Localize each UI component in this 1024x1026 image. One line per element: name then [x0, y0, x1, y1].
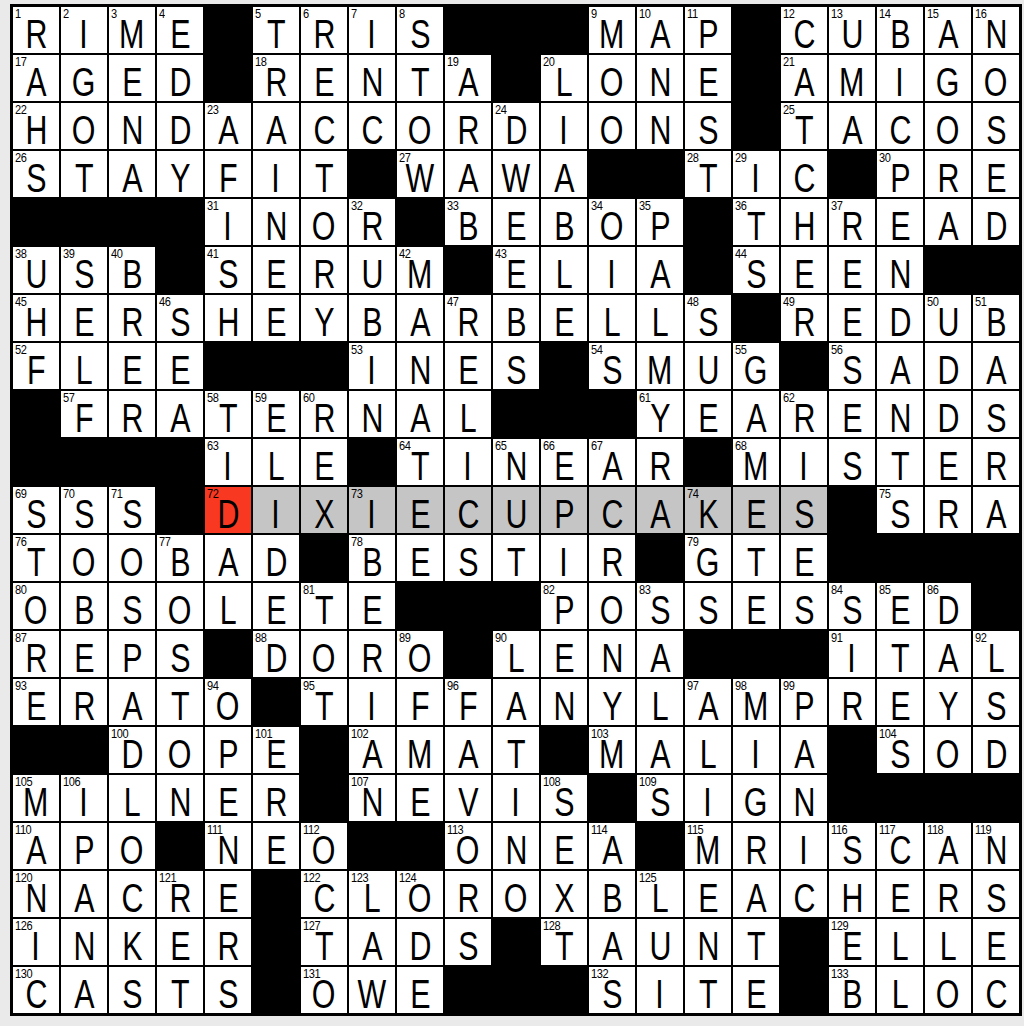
cell-r10c5[interactable]: 63I	[205, 439, 251, 485]
cell-r17c9[interactable]: E	[397, 775, 443, 821]
cell-r5c8[interactable]: 32R	[349, 199, 395, 245]
cell-r6c1[interactable]: 38U	[13, 247, 59, 293]
cell-r21c13[interactable]: 132S	[589, 967, 635, 1013]
cell-r3c14[interactable]: N	[637, 103, 683, 149]
cell-r2c19[interactable]: I	[877, 55, 923, 101]
cell-r21c16[interactable]: E	[733, 967, 779, 1013]
cell-r6c12[interactable]: L	[541, 247, 587, 293]
cell-r6c17[interactable]: E	[781, 247, 827, 293]
cell-r1c18[interactable]: 13U	[829, 7, 875, 53]
cell-r17c15[interactable]: I	[685, 775, 731, 821]
cell-r10c12[interactable]: 66E	[541, 439, 587, 485]
cell-r19c2[interactable]: A	[61, 871, 107, 917]
cell-r9c7[interactable]: 60R	[301, 391, 347, 437]
cell-r20c3[interactable]: K	[109, 919, 155, 965]
cell-r19c18[interactable]: H	[829, 871, 875, 917]
cell-r11c20[interactable]: R	[925, 487, 971, 533]
cell-r6c2[interactable]: 39S	[61, 247, 107, 293]
cell-r14c4[interactable]: S	[157, 631, 203, 677]
cell-r2c2[interactable]: G	[61, 55, 107, 101]
cell-r6c11[interactable]: 43E	[493, 247, 539, 293]
cell-r14c13[interactable]: N	[589, 631, 635, 677]
cell-r9c14[interactable]: 61Y	[637, 391, 683, 437]
cell-r17c17[interactable]: N	[781, 775, 827, 821]
cell-r18c21[interactable]: 119N	[973, 823, 1019, 869]
cell-r13c16[interactable]: E	[733, 583, 779, 629]
cell-r20c7[interactable]: 127T	[301, 919, 347, 965]
cell-r2c8[interactable]: N	[349, 55, 395, 101]
cell-r2c1[interactable]: 17A	[13, 55, 59, 101]
cell-r19c16[interactable]: A	[733, 871, 779, 917]
cell-r10c21[interactable]: R	[973, 439, 1019, 485]
cell-r19c17[interactable]: C	[781, 871, 827, 917]
cell-r3c7[interactable]: C	[301, 103, 347, 149]
cell-r17c2[interactable]: 106I	[61, 775, 107, 821]
cell-r19c10[interactable]: R	[445, 871, 491, 917]
cell-r7c18[interactable]: E	[829, 295, 875, 341]
cell-r15c2[interactable]: R	[61, 679, 107, 725]
cell-r15c20[interactable]: Y	[925, 679, 971, 725]
cell-r6c8[interactable]: U	[349, 247, 395, 293]
cell-r6c16[interactable]: 44S	[733, 247, 779, 293]
cell-r1c4[interactable]: 4E	[157, 7, 203, 53]
cell-r19c8[interactable]: 123L	[349, 871, 395, 917]
cell-r4c10[interactable]: A	[445, 151, 491, 197]
cell-r12c13[interactable]: R	[589, 535, 635, 581]
cell-r19c9[interactable]: 124O	[397, 871, 443, 917]
cell-r19c14[interactable]: 125L	[637, 871, 683, 917]
cell-r8c8[interactable]: 53I	[349, 343, 395, 389]
cell-r18c10[interactable]: 113O	[445, 823, 491, 869]
cell-r15c4[interactable]: T	[157, 679, 203, 725]
cell-r14c2[interactable]: E	[61, 631, 107, 677]
cell-r3c10[interactable]: R	[445, 103, 491, 149]
cell-r3c8[interactable]: C	[349, 103, 395, 149]
cell-r12c16[interactable]: T	[733, 535, 779, 581]
cell-r15c19[interactable]: E	[877, 679, 923, 725]
cell-r6c7[interactable]: R	[301, 247, 347, 293]
cell-r13c2[interactable]: B	[61, 583, 107, 629]
cell-r5c18[interactable]: 37R	[829, 199, 875, 245]
cell-r14c7[interactable]: O	[301, 631, 347, 677]
cell-r9c15[interactable]: E	[685, 391, 731, 437]
cell-r4c12[interactable]: A	[541, 151, 587, 197]
cell-r1c13[interactable]: 9M	[589, 7, 635, 53]
cell-r18c16[interactable]: R	[733, 823, 779, 869]
cell-r11c17[interactable]: S	[781, 487, 827, 533]
cell-r8c13[interactable]: 54S	[589, 343, 635, 389]
cell-r2c20[interactable]: G	[925, 55, 971, 101]
cell-r13c5[interactable]: L	[205, 583, 251, 629]
cell-r16c15[interactable]: L	[685, 727, 731, 773]
cell-r12c12[interactable]: I	[541, 535, 587, 581]
cell-r11c21[interactable]: A	[973, 487, 1019, 533]
cell-r20c14[interactable]: U	[637, 919, 683, 965]
cell-r18c7[interactable]: 112O	[301, 823, 347, 869]
cell-r9c19[interactable]: N	[877, 391, 923, 437]
cell-r12c1[interactable]: 76T	[13, 535, 59, 581]
cell-r15c7[interactable]: 95T	[301, 679, 347, 725]
cell-r8c18[interactable]: 56S	[829, 343, 875, 389]
cell-r3c18[interactable]: A	[829, 103, 875, 149]
cell-r7c11[interactable]: B	[493, 295, 539, 341]
cell-r2c3[interactable]: E	[109, 55, 155, 101]
cell-r8c19[interactable]: A	[877, 343, 923, 389]
cell-r3c6[interactable]: A	[253, 103, 299, 149]
cell-r21c1[interactable]: 130C	[13, 967, 59, 1013]
cell-r10c20[interactable]: E	[925, 439, 971, 485]
cell-r11c10[interactable]: C	[445, 487, 491, 533]
cell-r12c5[interactable]: A	[205, 535, 251, 581]
cell-r7c4[interactable]: 46S	[157, 295, 203, 341]
cell-r16c5[interactable]: P	[205, 727, 251, 773]
cell-r15c10[interactable]: 96F	[445, 679, 491, 725]
cell-r18c6[interactable]: E	[253, 823, 299, 869]
cell-r11c19[interactable]: 75S	[877, 487, 923, 533]
cell-r1c2[interactable]: 2I	[61, 7, 107, 53]
cell-r8c16[interactable]: 55G	[733, 343, 779, 389]
cell-r20c2[interactable]: N	[61, 919, 107, 965]
cell-r6c6[interactable]: E	[253, 247, 299, 293]
cell-r5c14[interactable]: 35P	[637, 199, 683, 245]
cell-r3c2[interactable]: O	[61, 103, 107, 149]
cell-r1c1[interactable]: 1R	[13, 7, 59, 53]
cell-r20c12[interactable]: 128T	[541, 919, 587, 965]
cell-r17c16[interactable]: G	[733, 775, 779, 821]
cell-r8c20[interactable]: D	[925, 343, 971, 389]
cell-r14c3[interactable]: P	[109, 631, 155, 677]
cell-r19c7[interactable]: 122C	[301, 871, 347, 917]
cell-r15c9[interactable]: F	[397, 679, 443, 725]
cell-r2c17[interactable]: 21A	[781, 55, 827, 101]
cell-r4c3[interactable]: A	[109, 151, 155, 197]
cell-r6c5[interactable]: 41S	[205, 247, 251, 293]
cell-r16c19[interactable]: 104S	[877, 727, 923, 773]
cell-r18c12[interactable]: E	[541, 823, 587, 869]
cell-r14c20[interactable]: A	[925, 631, 971, 677]
cell-r11c7[interactable]: X	[301, 487, 347, 533]
cell-r6c19[interactable]: N	[877, 247, 923, 293]
cell-r16c8[interactable]: 102A	[349, 727, 395, 773]
cell-r12c9[interactable]: E	[397, 535, 443, 581]
cell-r3c4[interactable]: D	[157, 103, 203, 149]
cell-r3c1[interactable]: 22H	[13, 103, 59, 149]
cell-r4c15[interactable]: 28T	[685, 151, 731, 197]
cell-r7c10[interactable]: 47R	[445, 295, 491, 341]
cell-r12c11[interactable]: T	[493, 535, 539, 581]
cell-r5c21[interactable]: D	[973, 199, 1019, 245]
cell-r1c8[interactable]: 7I	[349, 7, 395, 53]
cell-r4c16[interactable]: 29I	[733, 151, 779, 197]
cell-r11c9[interactable]: E	[397, 487, 443, 533]
cell-r4c21[interactable]: E	[973, 151, 1019, 197]
cell-r2c13[interactable]: O	[589, 55, 635, 101]
cell-r8c1[interactable]: 52F	[13, 343, 59, 389]
cell-r20c9[interactable]: D	[397, 919, 443, 965]
cell-r1c20[interactable]: 15A	[925, 7, 971, 53]
cell-r20c15[interactable]: N	[685, 919, 731, 965]
cell-r11c1[interactable]: 69S	[13, 487, 59, 533]
cell-r17c12[interactable]: 108S	[541, 775, 587, 821]
cell-r13c7[interactable]: 81T	[301, 583, 347, 629]
cell-r3c19[interactable]: C	[877, 103, 923, 149]
cell-r11c2[interactable]: 70S	[61, 487, 107, 533]
cell-r18c1[interactable]: 110A	[13, 823, 59, 869]
cell-r3c11[interactable]: 24D	[493, 103, 539, 149]
cell-r5c7[interactable]: O	[301, 199, 347, 245]
cell-r3c21[interactable]: S	[973, 103, 1019, 149]
cell-r19c19[interactable]: E	[877, 871, 923, 917]
cell-r9c3[interactable]: R	[109, 391, 155, 437]
cell-r11c11[interactable]: U	[493, 487, 539, 533]
cell-r16c21[interactable]: D	[973, 727, 1019, 773]
cell-r2c14[interactable]: N	[637, 55, 683, 101]
cell-r18c19[interactable]: 117C	[877, 823, 923, 869]
cell-r9c9[interactable]: A	[397, 391, 443, 437]
cell-r8c15[interactable]: U	[685, 343, 731, 389]
cell-r18c11[interactable]: N	[493, 823, 539, 869]
cell-r2c18[interactable]: M	[829, 55, 875, 101]
cell-r17c3[interactable]: L	[109, 775, 155, 821]
cell-r9c6[interactable]: 59E	[253, 391, 299, 437]
cell-r15c13[interactable]: Y	[589, 679, 635, 725]
cell-r17c14[interactable]: 109S	[637, 775, 683, 821]
cell-r13c20[interactable]: 86D	[925, 583, 971, 629]
cell-r21c5[interactable]: S	[205, 967, 251, 1013]
cell-r4c19[interactable]: 30P	[877, 151, 923, 197]
cell-r20c8[interactable]: A	[349, 919, 395, 965]
cell-r4c6[interactable]: I	[253, 151, 299, 197]
cell-r7c6[interactable]: E	[253, 295, 299, 341]
cell-r14c8[interactable]: R	[349, 631, 395, 677]
cell-r13c12[interactable]: 82P	[541, 583, 587, 629]
cell-r21c2[interactable]: A	[61, 967, 107, 1013]
cell-r20c16[interactable]: T	[733, 919, 779, 965]
cell-r21c20[interactable]: O	[925, 967, 971, 1013]
cell-r4c7[interactable]: T	[301, 151, 347, 197]
cell-r5c12[interactable]: B	[541, 199, 587, 245]
cell-r5c6[interactable]: N	[253, 199, 299, 245]
cell-r4c1[interactable]: 26S	[13, 151, 59, 197]
cell-r12c2[interactable]: O	[61, 535, 107, 581]
cell-r7c3[interactable]: R	[109, 295, 155, 341]
cell-r2c9[interactable]: T	[397, 55, 443, 101]
cell-r6c13[interactable]: I	[589, 247, 635, 293]
cell-r14c1[interactable]: 87R	[13, 631, 59, 677]
cell-r1c19[interactable]: 14B	[877, 7, 923, 53]
cell-r4c17[interactable]: C	[781, 151, 827, 197]
cell-r17c1[interactable]: 105M	[13, 775, 59, 821]
cell-r19c15[interactable]: E	[685, 871, 731, 917]
cell-r13c1[interactable]: 80O	[13, 583, 59, 629]
cell-r14c11[interactable]: 90L	[493, 631, 539, 677]
cell-r14c6[interactable]: 88D	[253, 631, 299, 677]
cell-r15c11[interactable]: A	[493, 679, 539, 725]
cell-r7c19[interactable]: D	[877, 295, 923, 341]
cell-r1c14[interactable]: 10A	[637, 7, 683, 53]
cell-r1c6[interactable]: 5T	[253, 7, 299, 53]
cell-r9c17[interactable]: 62R	[781, 391, 827, 437]
cell-r7c17[interactable]: 49R	[781, 295, 827, 341]
cell-r15c5[interactable]: 94O	[205, 679, 251, 725]
cell-r7c14[interactable]: L	[637, 295, 683, 341]
cell-r5c16[interactable]: 36T	[733, 199, 779, 245]
cell-r7c7[interactable]: Y	[301, 295, 347, 341]
cell-r10c14[interactable]: R	[637, 439, 683, 485]
cell-r21c18[interactable]: 133B	[829, 967, 875, 1013]
cell-r19c21[interactable]: S	[973, 871, 1019, 917]
cell-r14c18[interactable]: 91I	[829, 631, 875, 677]
cell-r21c3[interactable]: S	[109, 967, 155, 1013]
cell-r11c3[interactable]: 71S	[109, 487, 155, 533]
cell-r1c17[interactable]: 12C	[781, 7, 827, 53]
cell-r16c13[interactable]: 103M	[589, 727, 635, 773]
cell-r7c8[interactable]: B	[349, 295, 395, 341]
cell-r15c15[interactable]: 97A	[685, 679, 731, 725]
cell-r10c18[interactable]: S	[829, 439, 875, 485]
cell-r11c13[interactable]: C	[589, 487, 635, 533]
cell-r16c3[interactable]: 100D	[109, 727, 155, 773]
cell-r5c5[interactable]: 31I	[205, 199, 251, 245]
cell-r15c14[interactable]: L	[637, 679, 683, 725]
cell-r18c13[interactable]: 114A	[589, 823, 635, 869]
cell-r6c14[interactable]: A	[637, 247, 683, 293]
cell-r18c3[interactable]: O	[109, 823, 155, 869]
cell-r16c16[interactable]: I	[733, 727, 779, 773]
cell-r18c18[interactable]: 116S	[829, 823, 875, 869]
cell-r4c2[interactable]: T	[61, 151, 107, 197]
cell-r9c8[interactable]: N	[349, 391, 395, 437]
cell-r2c7[interactable]: E	[301, 55, 347, 101]
cell-r3c12[interactable]: I	[541, 103, 587, 149]
cell-r21c8[interactable]: W	[349, 967, 395, 1013]
cell-r11c8[interactable]: 73I	[349, 487, 395, 533]
cell-r18c15[interactable]: 115M	[685, 823, 731, 869]
cell-r8c4[interactable]: E	[157, 343, 203, 389]
cell-r18c2[interactable]: P	[61, 823, 107, 869]
cell-r12c17[interactable]: E	[781, 535, 827, 581]
cell-r6c9[interactable]: 42M	[397, 247, 443, 293]
cell-r2c12[interactable]: 20L	[541, 55, 587, 101]
cell-r13c14[interactable]: 83S	[637, 583, 683, 629]
cell-r10c13[interactable]: 67A	[589, 439, 635, 485]
cell-r16c17[interactable]: A	[781, 727, 827, 773]
cell-r19c3[interactable]: C	[109, 871, 155, 917]
cell-r18c5[interactable]: 111N	[205, 823, 251, 869]
cell-r11c12[interactable]: P	[541, 487, 587, 533]
cell-r17c11[interactable]: I	[493, 775, 539, 821]
cell-r14c14[interactable]: A	[637, 631, 683, 677]
cell-r10c19[interactable]: T	[877, 439, 923, 485]
cell-r9c4[interactable]: A	[157, 391, 203, 437]
cell-r5c17[interactable]: H	[781, 199, 827, 245]
cell-r20c18[interactable]: 129E	[829, 919, 875, 965]
cell-r3c9[interactable]: O	[397, 103, 443, 149]
cell-r13c8[interactable]: E	[349, 583, 395, 629]
cell-r9c10[interactable]: L	[445, 391, 491, 437]
cell-r6c18[interactable]: E	[829, 247, 875, 293]
cell-r1c21[interactable]: 16N	[973, 7, 1019, 53]
cell-r14c21[interactable]: 92L	[973, 631, 1019, 677]
cell-r9c20[interactable]: D	[925, 391, 971, 437]
cell-r21c15[interactable]: T	[685, 967, 731, 1013]
cell-r5c19[interactable]: E	[877, 199, 923, 245]
cell-r21c14[interactable]: I	[637, 967, 683, 1013]
cell-r19c20[interactable]: R	[925, 871, 971, 917]
cell-r14c9[interactable]: 89O	[397, 631, 443, 677]
cell-r6c3[interactable]: 40B	[109, 247, 155, 293]
cell-r11c6[interactable]: I	[253, 487, 299, 533]
cell-r10c17[interactable]: I	[781, 439, 827, 485]
cell-r16c6[interactable]: 101E	[253, 727, 299, 773]
cell-r21c7[interactable]: 131O	[301, 967, 347, 1013]
cell-r9c5[interactable]: 58T	[205, 391, 251, 437]
cell-r1c7[interactable]: 6R	[301, 7, 347, 53]
cell-r4c11[interactable]: W	[493, 151, 539, 197]
cell-r1c3[interactable]: 3M	[109, 7, 155, 53]
cell-r19c1[interactable]: 120N	[13, 871, 59, 917]
cell-r19c4[interactable]: 121R	[157, 871, 203, 917]
cell-r16c10[interactable]: A	[445, 727, 491, 773]
cell-r15c12[interactable]: N	[541, 679, 587, 725]
cell-r12c10[interactable]: S	[445, 535, 491, 581]
cell-r3c17[interactable]: 25T	[781, 103, 827, 149]
cell-r4c20[interactable]: R	[925, 151, 971, 197]
cell-r17c10[interactable]: V	[445, 775, 491, 821]
cell-r7c21[interactable]: 51B	[973, 295, 1019, 341]
cell-r19c5[interactable]: E	[205, 871, 251, 917]
cell-r13c4[interactable]: O	[157, 583, 203, 629]
cell-r12c15[interactable]: 79G	[685, 535, 731, 581]
cell-r16c4[interactable]: O	[157, 727, 203, 773]
cell-r12c8[interactable]: 78B	[349, 535, 395, 581]
cell-r14c12[interactable]: E	[541, 631, 587, 677]
cell-r16c9[interactable]: M	[397, 727, 443, 773]
cell-r11c5[interactable]: 72D	[205, 487, 251, 533]
cell-r1c15[interactable]: 11P	[685, 7, 731, 53]
cell-r1c9[interactable]: 8S	[397, 7, 443, 53]
cell-r13c13[interactable]: O	[589, 583, 635, 629]
cell-r17c8[interactable]: 107N	[349, 775, 395, 821]
cell-r16c11[interactable]: T	[493, 727, 539, 773]
cell-r20c1[interactable]: 126I	[13, 919, 59, 965]
cell-r13c6[interactable]: E	[253, 583, 299, 629]
cell-r3c3[interactable]: N	[109, 103, 155, 149]
cell-r2c6[interactable]: 18R	[253, 55, 299, 101]
cell-r8c9[interactable]: N	[397, 343, 443, 389]
cell-r15c3[interactable]: A	[109, 679, 155, 725]
cell-r20c10[interactable]: S	[445, 919, 491, 965]
cell-r21c9[interactable]: E	[397, 967, 443, 1013]
cell-r17c5[interactable]: E	[205, 775, 251, 821]
cell-r9c21[interactable]: S	[973, 391, 1019, 437]
cell-r2c10[interactable]: 19A	[445, 55, 491, 101]
cell-r20c4[interactable]: E	[157, 919, 203, 965]
cell-r4c4[interactable]: Y	[157, 151, 203, 197]
cell-r13c17[interactable]: S	[781, 583, 827, 629]
cell-r16c14[interactable]: A	[637, 727, 683, 773]
cell-r11c14[interactable]: A	[637, 487, 683, 533]
cell-r8c10[interactable]: E	[445, 343, 491, 389]
cell-r15c16[interactable]: 98M	[733, 679, 779, 725]
cell-r5c20[interactable]: A	[925, 199, 971, 245]
cell-r10c16[interactable]: 68M	[733, 439, 779, 485]
cell-r10c9[interactable]: 64T	[397, 439, 443, 485]
cell-r11c16[interactable]: E	[733, 487, 779, 533]
cell-r20c19[interactable]: L	[877, 919, 923, 965]
cell-r7c2[interactable]: E	[61, 295, 107, 341]
cell-r7c5[interactable]: H	[205, 295, 251, 341]
